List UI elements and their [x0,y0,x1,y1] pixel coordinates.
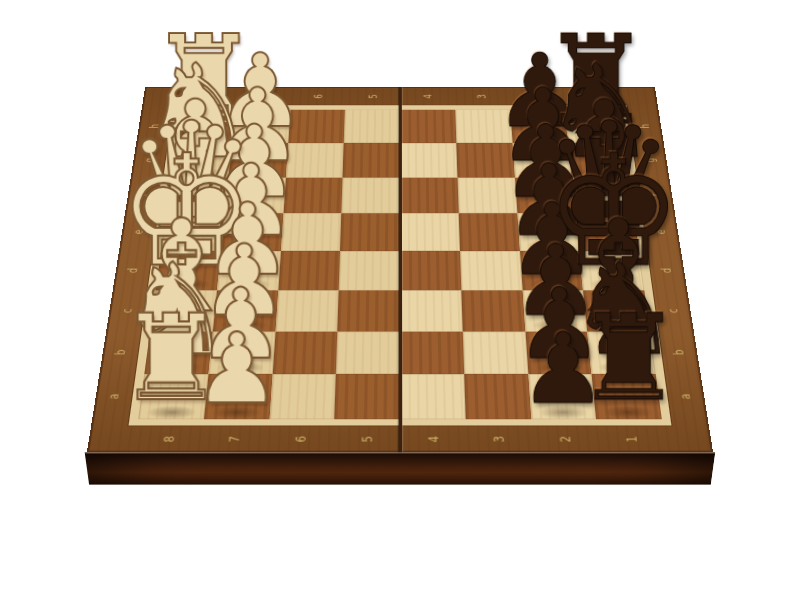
chess-board: 87654321 87654321 hgfedcba hgfedcba ♜♟♟♜… [87,87,713,452]
coordinate-label-text: 4 [420,94,434,98]
coordinate-label-text: 7 [226,436,243,443]
photo-scene: 87654321 87654321 hgfedcba hgfedcba ♜♟♟♜… [0,0,800,600]
coordinate-label: 8 [134,425,203,452]
square-d5[interactable] [339,251,400,290]
coordinate-label: 2 [531,425,599,452]
coordinate-label-text: 6 [311,94,325,98]
coordinate-label-text: 5 [359,436,376,443]
square-f5[interactable] [342,177,400,213]
square-c4[interactable] [400,290,462,331]
coordinate-label-text: 6 [292,436,309,443]
coordinate-label: 4 [400,87,455,105]
square-e4[interactable] [400,213,460,251]
square-h4[interactable] [400,110,456,143]
coordinate-label-text: 5 [366,94,380,98]
coordinate-label-text: 3 [491,436,508,443]
square-a1[interactable]: ♜ [592,374,662,419]
square-e5[interactable] [340,213,400,251]
coordinate-label-text: 2 [557,436,574,443]
square-a7[interactable]: ♟ [204,374,273,419]
coordinate-label-text: 3 [475,94,489,98]
coordinate-label: 4 [400,425,467,452]
coordinate-label-text: 2 [529,94,543,98]
coordinate-label: 3 [466,425,533,452]
board-front-edge [85,452,716,485]
square-g4[interactable] [400,143,457,178]
square-h5[interactable] [344,110,400,143]
coordinate-label: 7 [200,425,268,452]
square-a5[interactable] [335,374,400,419]
square-d4[interactable] [400,251,461,290]
square-g5[interactable] [343,143,400,178]
piece-white-pawn[interactable]: ♟ [193,320,280,417]
coordinate-label-text: 1 [584,94,598,98]
coordinate-label-text: 4 [425,436,442,443]
square-b5[interactable] [336,331,400,374]
coordinate-label-text: 8 [160,436,177,443]
coordinate-label: 6 [267,425,334,452]
chess-board-wrap: 87654321 87654321 hgfedcba hgfedcba ♜♟♟♜… [119,0,681,532]
square-b4[interactable] [400,331,464,374]
coordinate-label: 5 [345,87,400,105]
coordinate-label: 1 [597,425,666,452]
coordinate-label-text: 8 [202,94,216,98]
piece-black-rook[interactable]: ♜ [575,298,682,417]
coordinate-label: 5 [333,425,400,452]
coordinate-label-text: 7 [257,94,271,98]
square-c5[interactable] [338,290,400,331]
square-a4[interactable] [400,374,465,419]
coordinate-label-text: 1 [623,436,640,443]
square-f4[interactable] [400,177,458,213]
